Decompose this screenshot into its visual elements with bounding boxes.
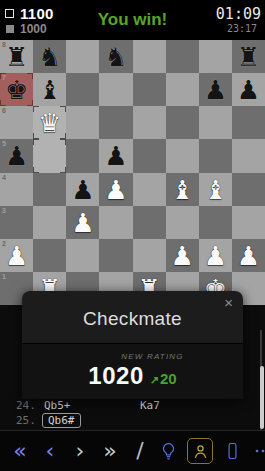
square-e6[interactable] — [133, 106, 166, 139]
square-d3[interactable] — [99, 206, 132, 239]
square-h5[interactable] — [232, 139, 265, 172]
square-c2[interactable] — [66, 239, 99, 272]
square-d2[interactable] — [99, 239, 132, 272]
move-black-Ka7[interactable]: Ka7 — [140, 399, 160, 412]
square-a6[interactable]: 6 — [0, 106, 33, 139]
black-bishop-b7: ♝ — [33, 73, 66, 106]
square-a2[interactable]: 2♟ — [0, 239, 33, 272]
up-right-arrow-icon: ↗ — [150, 374, 159, 386]
square-c7[interactable] — [66, 73, 99, 106]
square-e5[interactable] — [133, 139, 166, 172]
square-g4[interactable]: ♝ — [199, 173, 232, 206]
white-queen-b6: ♛ — [33, 106, 66, 139]
black-pawn-h7: ♟ — [232, 73, 265, 106]
scrollbar-handle[interactable] — [260, 366, 264, 429]
bottom-toolbar: «‹›»/ — [0, 430, 265, 471]
square-g8[interactable] — [199, 40, 232, 73]
rank-label-2: 2 — [2, 240, 6, 247]
profile-person-icon[interactable] — [187, 438, 213, 464]
clock-secondary-time: 23:17 — [216, 23, 261, 35]
first-move-icon[interactable]: « — [8, 439, 32, 463]
black-rook-h8: ♜ — [232, 40, 265, 73]
new-rating-label: NEW RATING — [22, 352, 243, 361]
rating-delta: ↗20 — [150, 370, 177, 387]
square-f7[interactable] — [166, 73, 199, 106]
next-move-icon[interactable]: › — [68, 439, 92, 463]
square-f3[interactable] — [166, 206, 199, 239]
more-options-icon[interactable] — [251, 438, 265, 464]
square-e4[interactable] — [133, 173, 166, 206]
square-b7[interactable]: ♝ — [33, 73, 66, 106]
white-pawn-f2: ♟ — [166, 239, 199, 272]
square-g2[interactable]: ♟ — [199, 239, 232, 272]
square-b6[interactable]: ♛ — [33, 106, 66, 139]
checkmate-dialog: Checkmate × NEW RATING 1020 ↗20 — [22, 291, 243, 399]
square-h3[interactable] — [232, 206, 265, 239]
square-d4[interactable]: ♟ — [99, 173, 132, 206]
square-h6[interactable] — [232, 106, 265, 139]
close-icon[interactable]: × — [224, 295, 233, 310]
rating-delta-value: 20 — [160, 370, 177, 387]
square-a7[interactable]: 7♚ — [0, 73, 33, 106]
white-pawn-c3: ♟ — [66, 206, 99, 239]
square-b8[interactable]: ♞ — [33, 40, 66, 73]
square-c6[interactable] — [66, 106, 99, 139]
white-bishop-f4: ♝ — [166, 173, 199, 206]
rank-label-7: 7 — [2, 74, 6, 81]
move-nav-group: «‹›»/ — [8, 439, 152, 463]
white-pawn-h2: ♟ — [232, 239, 265, 272]
square-d8[interactable]: ♞ — [99, 40, 132, 73]
square-g6[interactable] — [199, 106, 232, 139]
rank-label-4: 4 — [2, 174, 6, 181]
square-g7[interactable]: ♟ — [199, 73, 232, 106]
white-pawn-g2: ♟ — [199, 239, 232, 272]
move-row-25: 25.Qb6# — [0, 413, 252, 428]
square-a3[interactable]: 3 — [0, 206, 33, 239]
square-f5[interactable] — [166, 139, 199, 172]
square-h8[interactable]: ♜ — [232, 40, 265, 73]
black-pawn-c4: ♟ — [66, 173, 99, 206]
toolbar-action-group — [156, 438, 265, 464]
dialog-title: Checkmate — [22, 291, 243, 347]
square-e7[interactable] — [133, 73, 166, 106]
square-c3[interactable]: ♟ — [66, 206, 99, 239]
square-d6[interactable] — [99, 106, 132, 139]
move-row-24: 24.Qb5+Ka7 — [0, 398, 252, 413]
square-b2[interactable] — [33, 239, 66, 272]
rank-label-5: 5 — [2, 140, 6, 147]
square-g5[interactable] — [199, 139, 232, 172]
square-e3[interactable] — [133, 206, 166, 239]
move-number: 24. — [16, 399, 40, 412]
chess-app-screen: 1100 1000 You win! 01:09 23:17 8♜♞♞♜7♚♝♟… — [0, 0, 265, 471]
square-d5[interactable]: ♟ — [99, 139, 132, 172]
square-c5[interactable] — [66, 139, 99, 172]
dialog-rating-section: NEW RATING 1020 ↗20 — [22, 343, 243, 399]
move-white-Qb5+[interactable]: Qb5+ — [44, 399, 140, 412]
dialog-header: Checkmate × — [22, 291, 243, 343]
square-c4[interactable]: ♟ — [66, 173, 99, 206]
square-b4[interactable] — [33, 173, 66, 206]
square-e2[interactable] — [133, 239, 166, 272]
square-f8[interactable] — [166, 40, 199, 73]
rank-label-1: 1 — [2, 273, 6, 280]
new-rating-value: 1020 — [88, 362, 143, 390]
rank-label-8: 8 — [2, 41, 6, 48]
white-pawn-d4: ♟ — [99, 173, 132, 206]
black-pawn-d5: ♟ — [99, 139, 132, 172]
square-a4[interactable]: 4 — [0, 173, 33, 206]
square-b3[interactable] — [33, 206, 66, 239]
move-white-Qb6#[interactable]: Qb6# — [42, 413, 81, 428]
square-b5[interactable] — [33, 139, 66, 172]
clock-main-time: 01:09 — [216, 6, 261, 23]
square-e8[interactable] — [133, 40, 166, 73]
square-f4[interactable]: ♝ — [166, 173, 199, 206]
square-h4[interactable] — [232, 173, 265, 206]
square-h7[interactable]: ♟ — [232, 73, 265, 106]
new-rating-row: 1020 ↗20 — [22, 362, 243, 390]
top-bar: 1100 1000 You win! 01:09 23:17 — [0, 0, 265, 40]
rank-label-3: 3 — [2, 207, 6, 214]
hint-lightbulb-icon[interactable] — [156, 438, 180, 464]
square-d7[interactable] — [99, 73, 132, 106]
device-phone-icon[interactable] — [220, 438, 244, 464]
white-bishop-g4: ♝ — [199, 173, 232, 206]
square-a8[interactable]: 8♜ — [0, 40, 33, 73]
game-clock: 01:09 23:17 — [216, 6, 261, 35]
square-c8[interactable] — [66, 40, 99, 73]
rank-label-6: 6 — [2, 107, 6, 114]
black-knight-b8: ♞ — [33, 40, 66, 73]
square-g3[interactable] — [199, 206, 232, 239]
square-h2[interactable]: ♟ — [232, 239, 265, 272]
black-knight-d8: ♞ — [99, 40, 132, 73]
square-f6[interactable] — [166, 106, 199, 139]
square-f2[interactable]: ♟ — [166, 239, 199, 272]
square-a5[interactable]: 5♟ — [0, 139, 33, 172]
move-list: 24.Qb5+Ka725.Qb6# — [0, 398, 252, 428]
chess-board[interactable]: 8♜♞♞♜7♚♝♟♟6♛5♟♟4♟♟♝♝3♟2♟♟♟♟1♜♜♚ — [0, 40, 265, 305]
previous-move-icon[interactable]: ‹ — [38, 439, 62, 463]
analysis-slash-icon[interactable]: / — [128, 439, 152, 463]
last-move-icon[interactable]: » — [98, 439, 122, 463]
black-pawn-g7: ♟ — [199, 73, 232, 106]
move-number: 25. — [16, 414, 40, 427]
